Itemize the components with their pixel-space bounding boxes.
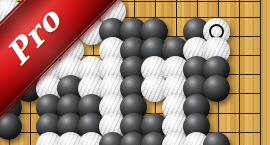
board-point[interactable] — [228, 122, 249, 141]
board-point[interactable] — [0, 141, 19, 145]
board-point[interactable] — [0, 122, 19, 141]
board-point[interactable] — [249, 122, 270, 141]
board-point[interactable] — [228, 7, 249, 26]
black-stone[interactable] — [203, 75, 230, 102]
board-point[interactable] — [228, 141, 249, 145]
black-stone[interactable] — [0, 113, 22, 140]
board-point[interactable] — [249, 141, 270, 145]
board-point[interactable] — [207, 84, 228, 103]
board-point[interactable] — [249, 46, 270, 65]
board-point[interactable] — [207, 103, 228, 122]
board-point[interactable] — [228, 84, 249, 103]
board-point[interactable] — [249, 65, 270, 84]
pro-ribbon-label: Pro — [1, 2, 67, 69]
board-point[interactable] — [249, 7, 270, 26]
board-point[interactable] — [228, 46, 249, 65]
board-point[interactable] — [228, 27, 249, 46]
board-point[interactable] — [228, 65, 249, 84]
go-board-screenshot: Pro — [0, 0, 270, 145]
board-point[interactable] — [249, 84, 270, 103]
board-point[interactable] — [249, 103, 270, 122]
board-point[interactable] — [249, 27, 270, 46]
board-point[interactable] — [228, 103, 249, 122]
board-point[interactable] — [207, 141, 228, 145]
